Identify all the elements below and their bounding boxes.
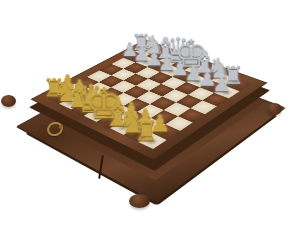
- case-foot-front: [129, 194, 150, 208]
- scene: ♜♞♝♛♚♝♞♜♟♟♟♟♟♟♟♟♟♟♟♟♟♟♟♟♜♞♝♛♚♝♞♜: [0, 0, 290, 232]
- piece-black-pawn[interactable]: ♟: [199, 74, 244, 95]
- square[interactable]: ♜: [138, 133, 167, 149]
- drawer-ring-mount: [59, 125, 63, 129]
- case-foot-right: [267, 103, 282, 115]
- piece-white-rook[interactable]: ♜: [121, 117, 171, 145]
- case-foot-left: [1, 95, 16, 107]
